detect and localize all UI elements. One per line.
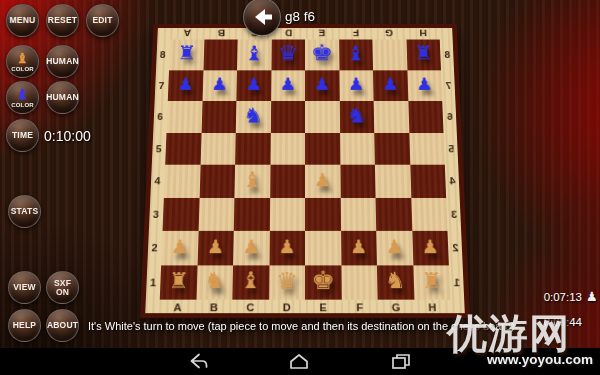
square-c4[interactable]: ♝ (234, 165, 270, 198)
piece-white-knight[interactable]: ♞ (384, 269, 406, 292)
coord-label: 8 (440, 40, 455, 70)
square-h7[interactable]: ♟ (407, 70, 442, 101)
white-player-type-button[interactable]: HUMAN (46, 45, 79, 78)
help-button[interactable]: HELP (8, 309, 41, 342)
piece-white-pawn[interactable]: ♟ (171, 237, 189, 256)
square-b4[interactable] (199, 165, 235, 198)
square-f7[interactable]: ♟ (339, 70, 374, 101)
square-f8[interactable]: ♝ (339, 40, 373, 70)
black-player-type-button[interactable]: HUMAN (46, 81, 79, 114)
square-d2[interactable]: ♟ (269, 231, 305, 265)
file-labels-bottom: ABCDEFGH (159, 300, 451, 314)
square-e3[interactable] (305, 197, 341, 230)
coord-label: 2 (447, 231, 463, 265)
coord-label: D (269, 300, 305, 314)
square-e1[interactable]: ♚ (305, 265, 341, 300)
white-pawn-clock-icon: ♟ (586, 289, 598, 304)
coord-label: H (414, 300, 451, 314)
square-f1[interactable] (341, 265, 378, 300)
piece-black-pawn[interactable]: ♟ (416, 76, 433, 93)
nav-home-icon[interactable] (287, 352, 311, 371)
back-arrow-icon (250, 5, 274, 29)
square-d1[interactable]: ♛ (269, 265, 305, 300)
piece-black-queen[interactable]: ♛ (278, 43, 299, 64)
square-a5[interactable] (165, 133, 201, 165)
square-b7[interactable]: ♟ (202, 70, 237, 101)
square-d8[interactable]: ♛ (271, 40, 305, 70)
square-d5[interactable] (270, 133, 305, 165)
square-e5[interactable] (305, 133, 340, 165)
coord-label: 7 (441, 70, 456, 101)
reset-button[interactable]: RESET (46, 4, 79, 37)
stats-button[interactable]: STATS (8, 195, 41, 228)
piece-black-bishop[interactable]: ♝ (244, 43, 264, 63)
square-f5[interactable] (340, 133, 375, 165)
square-g3[interactable] (376, 197, 412, 230)
square-a3[interactable] (163, 197, 200, 230)
coord-label: 3 (148, 197, 164, 230)
piece-black-bishop[interactable]: ♝ (346, 43, 366, 63)
square-g8[interactable] (372, 40, 407, 70)
piece-black-pawn[interactable]: ♟ (382, 76, 399, 93)
piece-white-rook[interactable]: ♜ (421, 270, 442, 292)
time-button[interactable]: TIME (6, 119, 39, 152)
view-button[interactable]: VIEW (8, 271, 41, 304)
piece-white-rook[interactable]: ♜ (168, 270, 189, 292)
square-h5[interactable] (409, 133, 445, 165)
white-color-button[interactable]: ♝ COLOR (6, 45, 39, 78)
nav-recents-icon[interactable] (389, 352, 413, 371)
nav-back-icon[interactable] (187, 352, 211, 371)
file-labels-top: ABCDEFGH (170, 27, 439, 39)
app-screen: MENU RESET EDIT ♝ COLOR HUMAN ♝ COLOR HU… (0, 0, 600, 375)
square-f2[interactable]: ♟ (341, 231, 377, 265)
square-e8[interactable]: ♚ (305, 40, 339, 70)
piece-black-pawn[interactable]: ♟ (348, 76, 365, 93)
square-c8[interactable]: ♝ (237, 40, 271, 70)
piece-black-pawn[interactable]: ♟ (314, 76, 331, 93)
black-color-button[interactable]: ♝ COLOR (6, 81, 39, 114)
coord-label: 1 (145, 265, 161, 300)
piece-white-pawn[interactable]: ♟ (278, 237, 296, 256)
square-a6[interactable] (167, 101, 203, 133)
coord-label: 6 (442, 101, 458, 133)
coord-label: 8 (155, 40, 170, 70)
coord-label: 6 (152, 101, 168, 133)
piece-black-king[interactable]: ♚ (311, 42, 334, 64)
square-g5[interactable] (374, 133, 410, 165)
piece-white-bishop[interactable]: ♝ (242, 169, 263, 191)
square-a7[interactable]: ♟ (168, 70, 203, 101)
sfx-toggle-button[interactable]: SXF ON (46, 271, 79, 304)
piece-white-pawn[interactable]: ♟ (421, 237, 439, 256)
time-setting-value: 0:10:00 (44, 128, 91, 144)
menu-button[interactable]: MENU (6, 4, 39, 37)
square-e6[interactable] (305, 101, 340, 133)
coord-label: 5 (151, 133, 167, 165)
coord-label: 5 (443, 133, 459, 165)
square-f6[interactable]: ♞ (339, 101, 374, 133)
coord-label: E (305, 300, 341, 314)
square-a4[interactable] (164, 165, 200, 198)
edit-button[interactable]: EDIT (86, 4, 119, 37)
square-e7[interactable]: ♟ (305, 70, 339, 101)
black-piece-icon: ♝ (16, 88, 29, 101)
square-a2[interactable]: ♟ (161, 231, 198, 265)
square-e4[interactable]: ♟ (305, 165, 340, 198)
last-move-label: g8 f6 (285, 9, 315, 24)
square-c3[interactable] (234, 197, 270, 230)
piece-black-pawn[interactable]: ♟ (177, 76, 194, 93)
square-g1[interactable]: ♞ (377, 265, 414, 300)
piece-black-rook[interactable]: ♜ (177, 44, 197, 63)
square-c2[interactable]: ♟ (233, 231, 269, 265)
square-b6[interactable] (201, 101, 236, 133)
piece-black-pawn[interactable]: ♟ (279, 76, 296, 93)
coord-label: B (204, 27, 238, 39)
square-d3[interactable] (269, 197, 305, 230)
square-h6[interactable] (408, 101, 444, 133)
square-f4[interactable] (340, 165, 376, 198)
piece-black-knight[interactable]: ♞ (243, 105, 264, 126)
square-c7[interactable]: ♟ (236, 70, 271, 101)
square-b8[interactable] (203, 40, 238, 70)
coord-label: 7 (154, 70, 169, 101)
coord-label: 2 (146, 231, 162, 265)
piece-white-queen[interactable]: ♛ (276, 269, 298, 293)
square-b5[interactable] (200, 133, 236, 165)
about-button[interactable]: ABOUT (46, 309, 79, 342)
coord-label: C (232, 300, 269, 314)
square-c6[interactable]: ♞ (236, 101, 271, 133)
piece-white-bishop[interactable]: ♝ (240, 269, 262, 292)
piece-black-pawn[interactable]: ♟ (211, 76, 228, 93)
coord-label: F (341, 300, 378, 314)
piece-white-pawn[interactable]: ♟ (314, 171, 331, 189)
square-a1[interactable]: ♜ (160, 265, 197, 300)
square-d7[interactable]: ♟ (271, 70, 305, 101)
square-a8[interactable]: ♜ (169, 40, 204, 70)
coord-label: E (305, 27, 339, 39)
chess-board[interactable]: ABCDEFGH ABCDEFGH 87654321 87654321 ♜♝♛♚… (140, 24, 470, 318)
piece-white-pawn[interactable]: ♟ (207, 237, 225, 256)
piece-white-knight[interactable]: ♞ (204, 269, 226, 292)
piece-black-pawn[interactable]: ♟ (245, 76, 262, 93)
coord-label: 4 (445, 165, 461, 198)
piece-black-knight[interactable]: ♞ (346, 105, 367, 126)
square-g4[interactable] (375, 165, 411, 198)
coord-label: F (339, 27, 373, 39)
square-b2[interactable]: ♟ (197, 231, 234, 265)
piece-white-pawn[interactable]: ♟ (350, 237, 368, 256)
coord-label: G (372, 27, 406, 39)
square-h2[interactable]: ♟ (412, 231, 449, 265)
coord-label: A (170, 27, 204, 39)
square-g2[interactable]: ♟ (376, 231, 413, 265)
square-d4[interactable] (270, 165, 305, 198)
square-f3[interactable] (340, 197, 376, 230)
coord-label: 3 (446, 197, 462, 230)
piece-white-king[interactable]: ♚ (311, 268, 335, 294)
piece-white-pawn[interactable]: ♟ (385, 237, 403, 256)
white-piece-icon: ♝ (16, 52, 29, 65)
square-c1[interactable]: ♝ (232, 265, 269, 300)
square-d6[interactable] (270, 101, 305, 133)
coord-label: G (378, 300, 415, 314)
square-h1[interactable]: ♜ (413, 265, 450, 300)
square-b3[interactable] (198, 197, 234, 230)
square-h8[interactable]: ♜ (406, 40, 441, 70)
piece-black-rook[interactable]: ♜ (414, 44, 434, 63)
white-clock: 0:07:13 (524, 291, 582, 303)
watermark-site-url: www.yoyou.com (487, 352, 593, 367)
coord-label: B (196, 300, 233, 314)
square-g6[interactable] (374, 101, 409, 133)
square-g7[interactable]: ♟ (373, 70, 408, 101)
coord-label: 1 (449, 265, 465, 300)
coord-label: 4 (149, 165, 165, 198)
square-h3[interactable] (411, 197, 448, 230)
square-c5[interactable] (235, 133, 270, 165)
piece-white-pawn[interactable]: ♟ (242, 237, 260, 256)
square-e2[interactable] (305, 231, 341, 265)
coord-label: A (159, 300, 196, 314)
square-h4[interactable] (410, 165, 446, 198)
square-b1[interactable]: ♞ (196, 265, 233, 300)
coord-label: H (406, 27, 440, 39)
board-squares: ♜♝♛♚♝♜♟♟♟♟♟♟♟♟♞♞♝♟♟♟♟♟♟♟♟♜♞♝♛♚♞♜ (160, 40, 451, 300)
